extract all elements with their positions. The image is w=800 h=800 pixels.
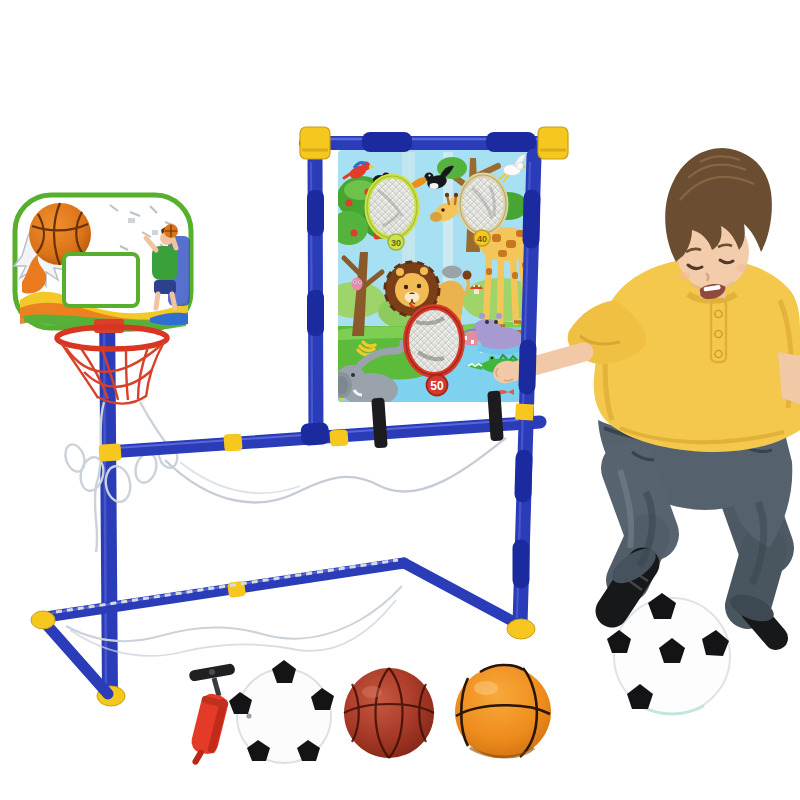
buttons [715, 310, 722, 357]
right-pole-sleeve-1 [531, 198, 532, 240]
basketball-orange [455, 665, 551, 758]
hanging-net-cords [62, 402, 180, 552]
right-pole-sleeve-2 [527, 348, 528, 386]
target-40-label: 40 [477, 234, 487, 244]
top-bar-sleeve-right [486, 132, 536, 152]
crossbar-tee [300, 422, 329, 446]
accessories [187, 660, 551, 766]
badge-40: 40 [474, 230, 490, 246]
badge-30: 30 [388, 234, 404, 250]
target-banner: 30 40 50 [300, 127, 558, 436]
cheek-left [678, 272, 690, 280]
crossbar-clamp-mid [223, 433, 242, 451]
right-pole-sleeve-3 [523, 458, 524, 494]
goal-corner-left [31, 611, 55, 629]
rock [442, 266, 462, 279]
target-50 [406, 307, 462, 375]
hand-pump [187, 663, 236, 766]
crossbar-clamp-left [98, 443, 121, 461]
cheek-right [736, 264, 748, 272]
pump-nozzle [195, 752, 200, 762]
left-pole-sleeve-2 [307, 290, 324, 336]
pump-body-group [187, 692, 230, 766]
left-pole-sleeve-1 [307, 190, 324, 236]
owl [352, 278, 363, 291]
right-pole-foot [507, 619, 535, 639]
valve [246, 713, 251, 718]
scene-svg: 30 40 50 [0, 0, 800, 800]
right-pole-clamp [524, 404, 525, 420]
corner-connector-left [300, 127, 330, 159]
basketball-dark [344, 668, 434, 758]
product-photo: 30 40 50 [0, 0, 800, 800]
corner-connector-right [538, 127, 568, 159]
backboard [14, 195, 191, 332]
badge-50: 50 [427, 375, 448, 396]
soccer-ball-small [229, 660, 334, 763]
highlight [362, 686, 382, 698]
shooter-box [64, 254, 138, 306]
pump-handle-hole [209, 669, 215, 675]
target-50-label: 50 [430, 379, 444, 393]
highlight [474, 681, 498, 695]
crossbar-clamp-tee [329, 429, 348, 446]
goal-right-leg [404, 563, 514, 622]
goal-crossbar [46, 563, 404, 617]
target-30-label: 30 [391, 238, 401, 248]
strap-left [371, 398, 387, 449]
target-40 [460, 175, 506, 233]
target-30 [367, 176, 417, 238]
top-bar-sleeve-left [362, 132, 412, 152]
net-cord-scallop-2 [180, 462, 300, 493]
pump-shaft [214, 678, 219, 696]
